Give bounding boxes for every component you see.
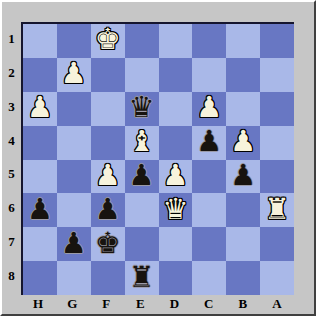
file-label-b: B [226,295,260,313]
rank-label-7: 7 [2,225,21,259]
square-e7[interactable] [125,227,159,261]
chess-board: ♚♟♟♛♟♝♟♟♟♟♟♟♟♟♛♜♟♚♜ [21,22,294,295]
square-b7[interactable] [226,227,260,261]
square-h1[interactable] [23,24,57,58]
square-c4[interactable]: ♟ [192,126,226,160]
square-g7[interactable]: ♟ [57,227,91,261]
square-g6[interactable] [57,193,91,227]
square-a6[interactable]: ♜ [260,193,294,227]
square-a3[interactable] [260,92,294,126]
rank-labels: 12345678 [2,22,21,293]
file-label-f: F [89,295,123,313]
square-e8[interactable]: ♜ [125,261,159,295]
square-e5[interactable]: ♟ [125,160,159,194]
square-a7[interactable] [260,227,294,261]
square-c5[interactable] [192,160,226,194]
black-pawn-b5: ♟ [230,161,256,190]
square-c8[interactable] [192,261,226,295]
square-g4[interactable] [57,126,91,160]
square-d1[interactable] [159,24,193,58]
square-a4[interactable] [260,126,294,160]
square-h2[interactable] [23,58,57,92]
square-e4[interactable]: ♝ [125,126,159,160]
square-b4[interactable]: ♟ [226,126,260,160]
file-label-g: G [55,295,89,313]
square-h4[interactable] [23,126,57,160]
white-pawn-d5: ♟ [162,161,188,190]
rank-label-4: 4 [2,124,21,158]
white-pawn-g2: ♟ [61,59,87,88]
square-f8[interactable] [91,261,125,295]
white-queen-d6: ♛ [162,195,188,224]
black-pawn-h6: ♟ [27,195,53,224]
square-c2[interactable] [192,58,226,92]
square-e2[interactable] [125,58,159,92]
white-pawn-h3: ♟ [27,93,53,122]
square-a8[interactable] [260,261,294,295]
square-e1[interactable] [125,24,159,58]
square-d7[interactable] [159,227,193,261]
square-b8[interactable] [226,261,260,295]
square-b6[interactable] [226,193,260,227]
square-g5[interactable] [57,160,91,194]
square-c1[interactable] [192,24,226,58]
square-f2[interactable] [91,58,125,92]
white-bishop-e4: ♝ [129,127,155,156]
square-g1[interactable] [57,24,91,58]
white-pawn-b4: ♟ [230,127,256,156]
square-d8[interactable] [159,261,193,295]
square-d5[interactable]: ♟ [159,160,193,194]
square-e6[interactable] [125,193,159,227]
square-f3[interactable] [91,92,125,126]
black-rook-e8: ♜ [129,263,155,292]
rank-label-1: 1 [2,22,21,56]
square-h8[interactable] [23,261,57,295]
white-king-f1: ♚ [95,25,121,54]
square-g2[interactable]: ♟ [57,58,91,92]
square-g8[interactable] [57,261,91,295]
square-h3[interactable]: ♟ [23,92,57,126]
square-b3[interactable] [226,92,260,126]
file-label-a: A [260,295,294,313]
file-labels: HGFEDCBA [21,295,294,313]
square-b1[interactable] [226,24,260,58]
file-label-h: H [21,295,55,313]
square-f4[interactable] [91,126,125,160]
square-d4[interactable] [159,126,193,160]
rank-label-2: 2 [2,56,21,90]
square-c6[interactable] [192,193,226,227]
rank-label-5: 5 [2,158,21,192]
white-pawn-c3: ♟ [196,93,222,122]
rank-label-3: 3 [2,90,21,124]
square-b2[interactable] [226,58,260,92]
file-label-d: D [158,295,192,313]
square-c7[interactable] [192,227,226,261]
square-h7[interactable] [23,227,57,261]
black-queen-e3: ♛ [129,93,155,122]
file-label-e: E [123,295,157,313]
square-d3[interactable] [159,92,193,126]
black-pawn-g7: ♟ [61,229,87,258]
square-h5[interactable] [23,160,57,194]
square-a1[interactable] [260,24,294,58]
black-pawn-c4: ♟ [196,127,222,156]
rank-label-6: 6 [2,191,21,225]
square-g3[interactable] [57,92,91,126]
square-f1[interactable]: ♚ [91,24,125,58]
rank-label-8: 8 [2,259,21,293]
square-d6[interactable]: ♛ [159,193,193,227]
black-king-f7: ♚ [95,229,121,258]
square-e3[interactable]: ♛ [125,92,159,126]
black-pawn-e5: ♟ [129,161,155,190]
square-d2[interactable] [159,58,193,92]
black-pawn-f6: ♟ [95,195,121,224]
square-f7[interactable]: ♚ [91,227,125,261]
square-b5[interactable]: ♟ [226,160,260,194]
square-f5[interactable]: ♟ [91,160,125,194]
square-a5[interactable] [260,160,294,194]
white-rook-a6: ♜ [264,195,290,224]
chess-diagram-window: 12345678 ♚♟♟♛♟♝♟♟♟♟♟♟♟♟♛♜♟♚♜ HGFEDCBA [0,0,316,316]
white-pawn-f5: ♟ [95,161,121,190]
square-h6[interactable]: ♟ [23,193,57,227]
square-a2[interactable] [260,58,294,92]
file-label-c: C [192,295,226,313]
square-f6[interactable]: ♟ [91,193,125,227]
square-c3[interactable]: ♟ [192,92,226,126]
